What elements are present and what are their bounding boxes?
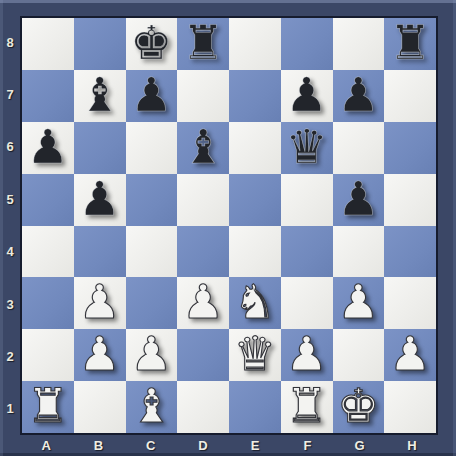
square-f5[interactable] [281,174,333,226]
square-g6[interactable] [333,122,385,174]
square-d2[interactable] [177,329,229,381]
square-e7[interactable] [229,70,281,122]
square-f4[interactable] [281,226,333,278]
square-b1[interactable] [74,381,126,433]
file-label-a: A [20,435,72,456]
file-label-d: D [177,435,229,456]
piece-white-pawn[interactable]: ♟ [79,330,121,377]
square-b5[interactable]: ♟ [74,174,126,226]
square-h6[interactable] [384,122,436,174]
file-label-f: F [281,435,333,456]
square-e1[interactable] [229,381,281,433]
piece-black-bishop[interactable]: ♝ [79,71,121,118]
square-b3[interactable]: ♟ [74,277,126,329]
square-c7[interactable]: ♟ [126,70,178,122]
square-f1[interactable]: ♜ [281,381,333,433]
piece-black-rook[interactable]: ♜ [182,19,224,66]
square-d4[interactable] [177,226,229,278]
rank-label-4: 4 [0,226,20,278]
piece-black-bishop[interactable]: ♝ [182,123,224,170]
square-g5[interactable]: ♟ [333,174,385,226]
square-e2[interactable]: ♛ [229,329,281,381]
piece-black-rook[interactable]: ♜ [389,19,431,66]
square-f7[interactable]: ♟ [281,70,333,122]
square-d3[interactable]: ♟ [177,277,229,329]
file-label-g: G [334,435,386,456]
square-h1[interactable] [384,381,436,433]
piece-white-pawn[interactable]: ♟ [79,278,121,325]
square-a3[interactable] [22,277,74,329]
piece-black-pawn[interactable]: ♟ [79,175,121,222]
square-d1[interactable] [177,381,229,433]
square-g8[interactable] [333,18,385,70]
square-g1[interactable]: ♚ [333,381,385,433]
piece-black-pawn[interactable]: ♟ [130,71,172,118]
square-g3[interactable]: ♟ [333,277,385,329]
piece-black-king[interactable]: ♚ [130,19,172,66]
square-f3[interactable] [281,277,333,329]
square-a2[interactable] [22,329,74,381]
piece-white-pawn[interactable]: ♟ [337,278,379,325]
square-c6[interactable] [126,122,178,174]
piece-black-queen[interactable]: ♛ [286,123,328,170]
square-e4[interactable] [229,226,281,278]
square-b6[interactable] [74,122,126,174]
square-f2[interactable]: ♟ [281,329,333,381]
square-c5[interactable] [126,174,178,226]
rank-labels: 87654321 [0,16,20,435]
square-h2[interactable]: ♟ [384,329,436,381]
rank-label-5: 5 [0,173,20,225]
piece-white-pawn[interactable]: ♟ [286,330,328,377]
piece-white-pawn[interactable]: ♟ [389,330,431,377]
square-c4[interactable] [126,226,178,278]
rank-label-3: 3 [0,278,20,330]
piece-white-pawn[interactable]: ♟ [182,278,224,325]
piece-white-king[interactable]: ♚ [337,382,379,429]
square-a4[interactable] [22,226,74,278]
square-g4[interactable] [333,226,385,278]
square-d8[interactable]: ♜ [177,18,229,70]
square-h4[interactable] [384,226,436,278]
rank-label-1: 1 [0,383,20,435]
square-d5[interactable] [177,174,229,226]
file-label-e: E [229,435,281,456]
square-b8[interactable] [74,18,126,70]
piece-black-pawn[interactable]: ♟ [337,175,379,222]
square-h7[interactable] [384,70,436,122]
square-a8[interactable] [22,18,74,70]
square-h8[interactable]: ♜ [384,18,436,70]
square-e3[interactable]: ♞ [229,277,281,329]
file-labels: ABCDEFGH [20,435,438,456]
square-b7[interactable]: ♝ [74,70,126,122]
file-label-b: B [72,435,124,456]
square-b2[interactable]: ♟ [74,329,126,381]
square-e5[interactable] [229,174,281,226]
square-d6[interactable]: ♝ [177,122,229,174]
piece-white-knight[interactable]: ♞ [234,278,276,325]
piece-black-pawn[interactable]: ♟ [27,123,69,170]
square-h5[interactable] [384,174,436,226]
square-c1[interactable]: ♝ [126,381,178,433]
piece-white-rook[interactable]: ♜ [286,382,328,429]
square-g2[interactable] [333,329,385,381]
chess-board-window: 87654321 ♚♜♜♝♟♟♟♟♝♛♟♟♟♟♞♟♟♟♛♟♟♜♝♜♚ ABCDE… [0,0,456,456]
square-a6[interactable]: ♟ [22,122,74,174]
square-d7[interactable] [177,70,229,122]
piece-black-pawn[interactable]: ♟ [337,71,379,118]
piece-black-pawn[interactable]: ♟ [286,71,328,118]
square-e8[interactable] [229,18,281,70]
file-label-h: H [386,435,438,456]
rank-label-6: 6 [0,121,20,173]
piece-white-queen[interactable]: ♛ [234,330,276,377]
square-g7[interactable]: ♟ [333,70,385,122]
square-c3[interactable] [126,277,178,329]
rank-label-7: 7 [0,68,20,120]
file-label-c: C [125,435,177,456]
square-c8[interactable]: ♚ [126,18,178,70]
square-f6[interactable]: ♛ [281,122,333,174]
rank-label-8: 8 [0,16,20,68]
square-h3[interactable] [384,277,436,329]
rank-label-2: 2 [0,330,20,382]
square-e6[interactable] [229,122,281,174]
square-b4[interactable] [74,226,126,278]
square-c2[interactable]: ♟ [126,329,178,381]
square-a7[interactable] [22,70,74,122]
square-a5[interactable] [22,174,74,226]
chess-board[interactable]: ♚♜♜♝♟♟♟♟♝♛♟♟♟♟♞♟♟♟♛♟♟♜♝♜♚ [20,16,438,435]
piece-white-pawn[interactable]: ♟ [130,330,172,377]
square-f8[interactable] [281,18,333,70]
piece-white-bishop[interactable]: ♝ [130,382,172,429]
square-a1[interactable]: ♜ [22,381,74,433]
piece-white-rook[interactable]: ♜ [27,382,69,429]
